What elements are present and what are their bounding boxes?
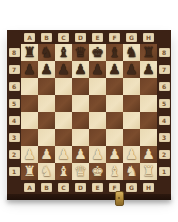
piece-white-pawn: ♟ [125, 146, 138, 163]
coordinate-tile: 7 [9, 65, 20, 74]
piece-black-queen: ♛ [74, 44, 87, 61]
piece-black-knight: ♞ [125, 44, 138, 61]
piece-black-rook: ♜ [142, 44, 155, 61]
coordinate-tile: 2 [159, 150, 170, 159]
square-f1[interactable]: ♝ [106, 163, 123, 180]
square-g2[interactable]: ♟ [123, 146, 140, 163]
frame-corner [7, 30, 21, 44]
file-label-h: H [140, 180, 157, 194]
square-c3[interactable] [55, 129, 72, 146]
square-h8[interactable]: ♜ [140, 44, 157, 61]
square-d8[interactable]: ♛ [72, 44, 89, 61]
square-d7[interactable]: ♟ [72, 61, 89, 78]
square-d3[interactable] [72, 129, 89, 146]
square-d1[interactable]: ♛ [72, 163, 89, 180]
rank-label-6: 6 [157, 78, 171, 95]
rank-label-2: 2 [7, 146, 21, 163]
square-g5[interactable] [123, 95, 140, 112]
coordinate-tile: F [109, 33, 120, 42]
rank-label-3: 3 [157, 129, 171, 146]
square-c4[interactable] [55, 112, 72, 129]
coordinate-tile: G [126, 33, 137, 42]
rank-label-7: 7 [7, 61, 21, 78]
rank-label-2: 2 [157, 146, 171, 163]
file-label-c: C [55, 180, 72, 194]
coordinate-tile: 6 [9, 82, 20, 91]
square-a3[interactable] [21, 129, 38, 146]
piece-black-bishop: ♝ [108, 44, 121, 61]
piece-white-pawn: ♟ [91, 146, 104, 163]
coordinate-tile: B [41, 183, 52, 192]
piece-black-pawn: ♟ [57, 61, 70, 78]
square-h6[interactable] [140, 78, 157, 95]
piece-white-pawn: ♟ [57, 146, 70, 163]
coordinate-tile: 4 [159, 116, 170, 125]
board-edge [7, 194, 171, 200]
file-label-g: G [123, 30, 140, 44]
square-g6[interactable] [123, 78, 140, 95]
piece-white-pawn: ♟ [23, 146, 36, 163]
piece-white-pawn: ♟ [142, 146, 155, 163]
square-c5[interactable] [55, 95, 72, 112]
square-h4[interactable] [140, 112, 157, 129]
coordinate-tile: G [126, 183, 137, 192]
square-g8[interactable]: ♞ [123, 44, 140, 61]
square-b8[interactable]: ♞ [38, 44, 55, 61]
square-a4[interactable] [21, 112, 38, 129]
square-b5[interactable] [38, 95, 55, 112]
rank-label-5: 5 [7, 95, 21, 112]
square-g7[interactable]: ♟ [123, 61, 140, 78]
piece-black-pawn: ♟ [74, 61, 87, 78]
rank-label-8: 8 [7, 44, 21, 61]
square-d5[interactable] [72, 95, 89, 112]
coordinate-tile: 4 [9, 116, 20, 125]
file-label-b: B [38, 180, 55, 194]
square-e3[interactable] [89, 129, 106, 146]
rank-label-4: 4 [157, 112, 171, 129]
piece-black-king: ♚ [91, 44, 104, 61]
rank-label-1: 1 [7, 163, 21, 180]
square-e1[interactable]: ♚ [89, 163, 106, 180]
square-b1[interactable]: ♞ [38, 163, 55, 180]
piece-white-pawn: ♟ [74, 146, 87, 163]
coordinate-tile: A [24, 183, 35, 192]
coordinate-tile: 7 [159, 65, 170, 74]
square-f7[interactable]: ♟ [106, 61, 123, 78]
coordinate-tile: D [75, 183, 86, 192]
coordinate-tile: D [75, 33, 86, 42]
square-h5[interactable] [140, 95, 157, 112]
file-label-g: G [123, 180, 140, 194]
square-d4[interactable] [72, 112, 89, 129]
coordinate-tile: E [92, 183, 103, 192]
piece-black-pawn: ♟ [40, 61, 53, 78]
square-c8[interactable]: ♝ [55, 44, 72, 61]
piece-white-king: ♚ [91, 163, 104, 180]
coordinate-tile: 6 [159, 82, 170, 91]
square-b7[interactable]: ♟ [38, 61, 55, 78]
coordinate-tile: 1 [9, 167, 20, 176]
coordinate-tile: 8 [159, 48, 170, 57]
coordinate-tile: H [143, 183, 154, 192]
piece-black-pawn: ♟ [142, 61, 155, 78]
file-label-f: F [106, 30, 123, 44]
square-e7[interactable]: ♟ [89, 61, 106, 78]
piece-white-bishop: ♝ [108, 163, 121, 180]
square-a6[interactable] [21, 78, 38, 95]
square-b3[interactable] [38, 129, 55, 146]
square-e6[interactable] [89, 78, 106, 95]
file-label-d: D [72, 30, 89, 44]
frame-corner [157, 180, 171, 194]
square-h1[interactable]: ♜ [140, 163, 157, 180]
square-a7[interactable]: ♟ [21, 61, 38, 78]
square-g1[interactable]: ♞ [123, 163, 140, 180]
piece-white-knight: ♞ [125, 163, 138, 180]
file-label-a: A [21, 180, 38, 194]
coordinate-tile: H [143, 33, 154, 42]
square-f6[interactable] [106, 78, 123, 95]
file-label-c: C [55, 30, 72, 44]
rank-label-4: 4 [7, 112, 21, 129]
board-wrap: ABCDEFGH8♜♞♝♛♚♝♞♜87♟♟♟♟♟♟♟♟7665544332♟♟♟… [7, 30, 171, 200]
square-a8[interactable]: ♜ [21, 44, 38, 61]
piece-white-pawn: ♟ [40, 146, 53, 163]
piece-black-pawn: ♟ [125, 61, 138, 78]
square-f4[interactable] [106, 112, 123, 129]
file-label-h: H [140, 30, 157, 44]
chess-board: ABCDEFGH8♜♞♝♛♚♝♞♜87♟♟♟♟♟♟♟♟7665544332♟♟♟… [7, 30, 171, 194]
file-label-e: E [89, 30, 106, 44]
file-label-d: D [72, 180, 89, 194]
rank-label-6: 6 [7, 78, 21, 95]
square-h2[interactable]: ♟ [140, 146, 157, 163]
square-h7[interactable]: ♟ [140, 61, 157, 78]
square-a5[interactable] [21, 95, 38, 112]
square-d2[interactable]: ♟ [72, 146, 89, 163]
square-b6[interactable] [38, 78, 55, 95]
file-label-b: B [38, 30, 55, 44]
square-c7[interactable]: ♟ [55, 61, 72, 78]
brass-clasp [115, 191, 124, 206]
square-f8[interactable]: ♝ [106, 44, 123, 61]
piece-white-pawn: ♟ [108, 146, 121, 163]
coordinate-tile: A [24, 33, 35, 42]
rank-label-3: 3 [7, 129, 21, 146]
coordinate-tile: C [58, 33, 69, 42]
square-f3[interactable] [106, 129, 123, 146]
piece-white-rook: ♜ [23, 163, 36, 180]
square-a1[interactable]: ♜ [21, 163, 38, 180]
coordinate-tile: 5 [9, 99, 20, 108]
square-b2[interactable]: ♟ [38, 146, 55, 163]
file-label-e: E [89, 180, 106, 194]
coordinate-tile: 8 [9, 48, 20, 57]
square-e8[interactable]: ♚ [89, 44, 106, 61]
piece-white-queen: ♛ [74, 163, 87, 180]
square-d6[interactable] [72, 78, 89, 95]
file-label-a: A [21, 30, 38, 44]
piece-black-pawn: ♟ [108, 61, 121, 78]
square-f2[interactable]: ♟ [106, 146, 123, 163]
frame-corner [157, 30, 171, 44]
square-f5[interactable] [106, 95, 123, 112]
square-g3[interactable] [123, 129, 140, 146]
rank-label-7: 7 [157, 61, 171, 78]
piece-white-bishop: ♝ [57, 163, 70, 180]
square-a2[interactable]: ♟ [21, 146, 38, 163]
square-c1[interactable]: ♝ [55, 163, 72, 180]
piece-black-pawn: ♟ [91, 61, 104, 78]
square-b4[interactable] [38, 112, 55, 129]
coordinate-tile: B [41, 33, 52, 42]
coordinate-tile: C [58, 183, 69, 192]
coordinate-tile: 2 [9, 150, 20, 159]
rank-label-5: 5 [157, 95, 171, 112]
square-g4[interactable] [123, 112, 140, 129]
square-h3[interactable] [140, 129, 157, 146]
square-e4[interactable] [89, 112, 106, 129]
coordinate-tile: 3 [9, 133, 20, 142]
square-e5[interactable] [89, 95, 106, 112]
piece-black-bishop: ♝ [57, 44, 70, 61]
rank-label-1: 1 [157, 163, 171, 180]
piece-black-knight: ♞ [40, 44, 53, 61]
coordinate-tile: 1 [159, 167, 170, 176]
square-c6[interactable] [55, 78, 72, 95]
square-e2[interactable]: ♟ [89, 146, 106, 163]
product-photo: ABCDEFGH8♜♞♝♛♚♝♞♜87♟♟♟♟♟♟♟♟7665544332♟♟♟… [0, 0, 178, 222]
coordinate-tile: 3 [159, 133, 170, 142]
coordinate-tile: E [92, 33, 103, 42]
piece-white-rook: ♜ [142, 163, 155, 180]
rank-label-8: 8 [157, 44, 171, 61]
piece-black-pawn: ♟ [23, 61, 36, 78]
piece-black-rook: ♜ [23, 44, 36, 61]
piece-white-knight: ♞ [40, 163, 53, 180]
square-c2[interactable]: ♟ [55, 146, 72, 163]
frame-corner [7, 180, 21, 194]
coordinate-tile: 5 [159, 99, 170, 108]
